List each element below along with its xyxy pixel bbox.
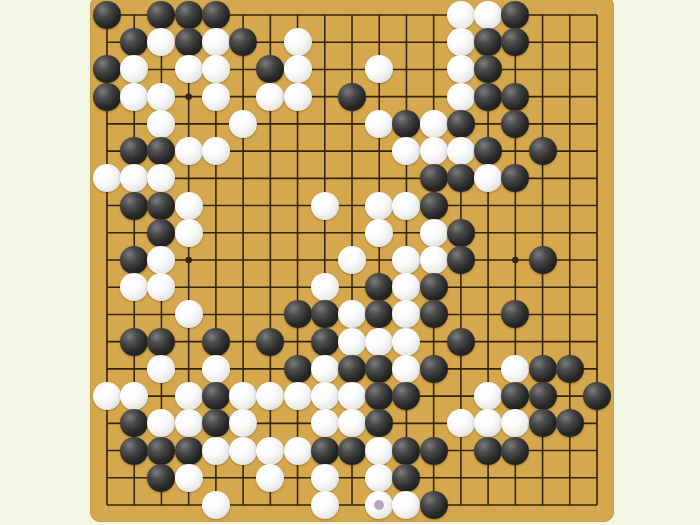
stone-white <box>365 110 393 138</box>
stone-white <box>447 28 475 56</box>
stone-black <box>256 328 284 356</box>
stone-white <box>229 437 257 465</box>
stone-white <box>175 382 203 410</box>
stone-white <box>338 246 366 274</box>
stone-black <box>175 28 203 56</box>
stone-black <box>420 437 448 465</box>
go-board[interactable] <box>90 0 614 522</box>
stone-black <box>147 192 175 220</box>
stone-black <box>583 382 611 410</box>
stone-black <box>474 437 502 465</box>
stone-white <box>311 273 339 301</box>
stone-black <box>529 409 557 437</box>
stone-black <box>284 300 312 328</box>
stone-white <box>202 437 230 465</box>
stone-black <box>556 409 584 437</box>
stone-white <box>175 409 203 437</box>
stone-white <box>447 137 475 165</box>
stone-black <box>447 328 475 356</box>
stone-white <box>311 382 339 410</box>
stone-black <box>556 355 584 383</box>
stone-black <box>93 83 121 111</box>
stone-white <box>311 464 339 492</box>
stone-black <box>284 355 312 383</box>
stone-white <box>284 55 312 83</box>
stone-white <box>338 382 366 410</box>
stone-black <box>529 137 557 165</box>
star-point <box>185 257 191 263</box>
stone-white <box>202 28 230 56</box>
stone-black <box>529 355 557 383</box>
stone-white <box>365 464 393 492</box>
stone-white <box>365 437 393 465</box>
stone-black <box>147 437 175 465</box>
stone-black <box>120 192 148 220</box>
stone-black <box>501 83 529 111</box>
stone-black <box>120 328 148 356</box>
stone-black <box>120 437 148 465</box>
stone-white <box>392 192 420 220</box>
stone-black <box>420 355 448 383</box>
stone-black <box>202 1 230 29</box>
stone-white <box>338 328 366 356</box>
stone-white <box>175 219 203 247</box>
stone-white <box>284 83 312 111</box>
stone-white <box>256 83 284 111</box>
stone-black <box>147 328 175 356</box>
stone-white <box>420 137 448 165</box>
stone-black <box>420 273 448 301</box>
stone-white <box>175 464 203 492</box>
stone-black <box>529 382 557 410</box>
stone-white <box>311 355 339 383</box>
star-point <box>185 93 191 99</box>
stone-white <box>474 1 502 29</box>
stone-white <box>365 192 393 220</box>
go-app-page <box>0 0 700 525</box>
stone-white <box>256 437 284 465</box>
stone-white <box>147 83 175 111</box>
stone-black <box>447 110 475 138</box>
stone-white <box>284 382 312 410</box>
stone-black <box>529 246 557 274</box>
stone-white <box>284 28 312 56</box>
stone-white <box>311 192 339 220</box>
stone-black <box>420 192 448 220</box>
stone-white <box>93 382 121 410</box>
stone-black <box>474 83 502 111</box>
stone-white <box>175 137 203 165</box>
stone-black <box>311 437 339 465</box>
stone-white <box>256 464 284 492</box>
stone-white <box>365 219 393 247</box>
stone-black <box>338 83 366 111</box>
stone-black <box>501 437 529 465</box>
stone-black <box>175 1 203 29</box>
stone-black <box>365 355 393 383</box>
stone-black <box>420 164 448 192</box>
stone-white <box>284 437 312 465</box>
stone-white <box>420 110 448 138</box>
stone-black <box>93 1 121 29</box>
stone-black <box>175 437 203 465</box>
stone-white <box>175 55 203 83</box>
stone-white <box>175 300 203 328</box>
stone-white <box>447 1 475 29</box>
stone-white <box>311 491 339 519</box>
stone-white <box>229 110 257 138</box>
stone-black <box>311 328 339 356</box>
stone-white <box>365 328 393 356</box>
stone-black <box>420 491 448 519</box>
stone-white <box>202 355 230 383</box>
stone-black <box>447 219 475 247</box>
stone-white <box>202 83 230 111</box>
stone-white <box>392 328 420 356</box>
stone-black <box>338 437 366 465</box>
stone-white <box>420 219 448 247</box>
stone-black <box>392 437 420 465</box>
stone-white <box>202 137 230 165</box>
stone-black <box>420 300 448 328</box>
last-move-marker <box>374 500 384 510</box>
stone-white <box>447 83 475 111</box>
stone-white <box>311 409 339 437</box>
stone-white <box>420 246 448 274</box>
stone-black <box>447 246 475 274</box>
stone-black <box>338 355 366 383</box>
stone-white <box>120 83 148 111</box>
stone-white <box>175 192 203 220</box>
stone-black <box>202 328 230 356</box>
star-point <box>512 257 518 263</box>
stone-black <box>202 382 230 410</box>
stone-white <box>202 491 230 519</box>
